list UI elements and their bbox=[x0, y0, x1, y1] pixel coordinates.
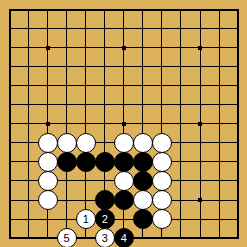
stone-white bbox=[152, 133, 172, 153]
star-point bbox=[198, 122, 202, 126]
stone-white bbox=[152, 152, 172, 172]
move-number-4: 4 bbox=[121, 233, 127, 244]
stone-white: 5 bbox=[57, 228, 77, 247]
stone-black bbox=[114, 190, 134, 210]
star-point bbox=[46, 122, 50, 126]
stone-black bbox=[95, 152, 115, 172]
stone-black bbox=[114, 152, 134, 172]
stone-white bbox=[76, 133, 96, 153]
stone-black bbox=[57, 152, 77, 172]
stone-white bbox=[38, 133, 58, 153]
stone-white bbox=[114, 171, 134, 191]
grid-line-vertical bbox=[180, 10, 181, 239]
stone-white bbox=[152, 209, 172, 229]
stone-black bbox=[133, 152, 153, 172]
stone-black bbox=[95, 190, 115, 210]
star-point bbox=[122, 122, 126, 126]
stone-black bbox=[133, 209, 153, 229]
stone-white bbox=[114, 133, 134, 153]
star-point bbox=[198, 46, 202, 50]
move-number-5: 5 bbox=[64, 233, 70, 244]
move-number-1: 1 bbox=[83, 214, 89, 225]
stone-black bbox=[76, 152, 96, 172]
stone-white bbox=[133, 133, 153, 153]
grid-line-vertical bbox=[219, 10, 220, 239]
stone-white: 3 bbox=[95, 228, 115, 247]
go-board: 12534 bbox=[0, 0, 247, 247]
stone-white bbox=[133, 190, 153, 210]
stone-white bbox=[38, 190, 58, 210]
star-point bbox=[122, 46, 126, 50]
stone-white bbox=[38, 152, 58, 172]
stone-white bbox=[57, 133, 77, 153]
stone-black: 4 bbox=[114, 228, 134, 247]
stone-white bbox=[38, 171, 58, 191]
grid-line-horizontal bbox=[10, 219, 239, 220]
stone-black: 2 bbox=[95, 209, 115, 229]
star-point bbox=[198, 198, 202, 202]
stone-black bbox=[133, 171, 153, 191]
stone-white bbox=[152, 171, 172, 191]
stone-white bbox=[152, 190, 172, 210]
move-number-2: 2 bbox=[102, 214, 108, 225]
move-number-3: 3 bbox=[102, 233, 108, 244]
star-point bbox=[46, 46, 50, 50]
stone-white: 1 bbox=[76, 209, 96, 229]
